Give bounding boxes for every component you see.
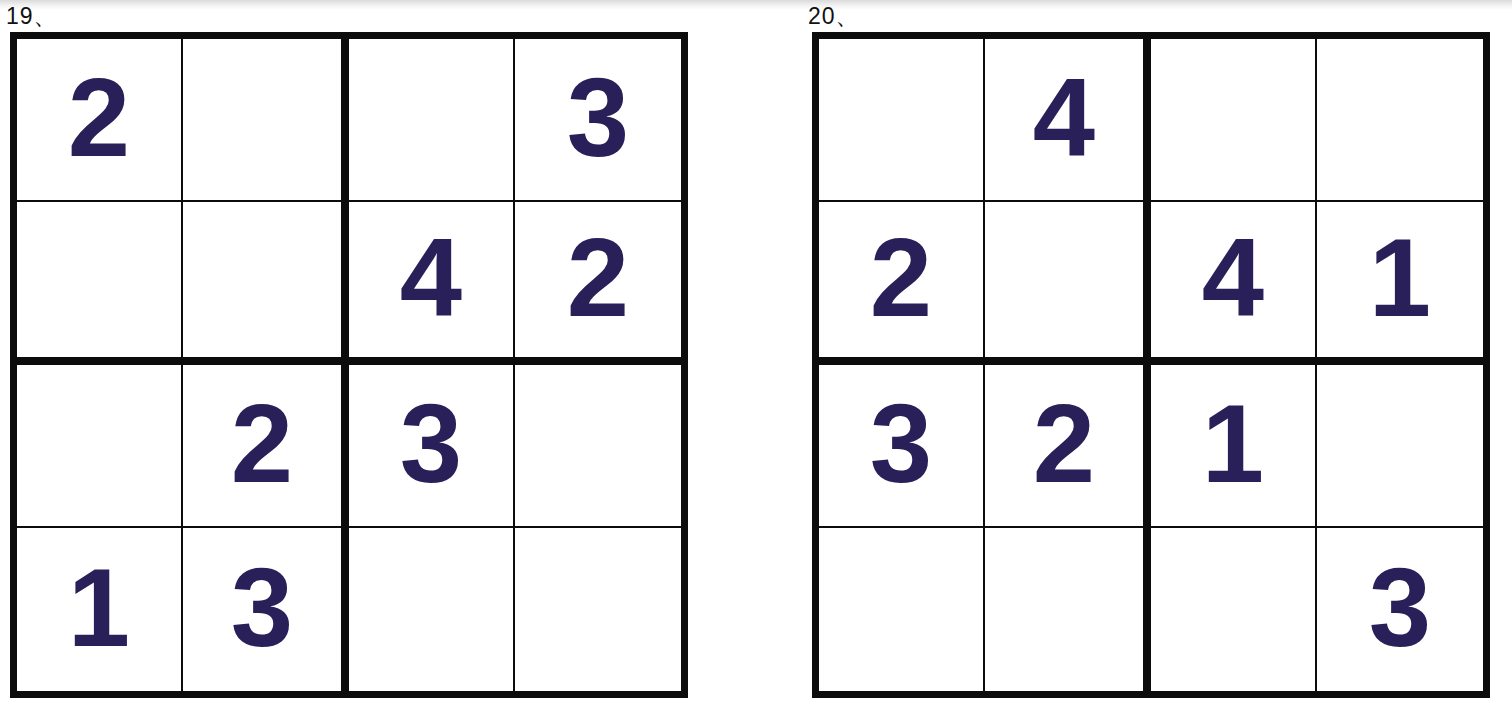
puzzle-19-cell-r3c3[interactable]: 3 [349,365,515,528]
puzzle-20-cell-r1c4[interactable] [1317,39,1483,202]
given-digit: 1 [1369,222,1431,334]
puzzle-20-cell-r4c4[interactable]: 3 [1317,528,1483,691]
puzzle-19-cell-r4c1[interactable]: 1 [17,528,183,691]
puzzle-20-cell-r3c4[interactable] [1317,365,1483,528]
puzzle-19-cell-r1c1[interactable]: 2 [17,39,183,202]
puzzle-20-cell-r2c4[interactable]: 1 [1317,202,1483,365]
puzzle-20-cell-r2c1[interactable]: 2 [819,202,985,365]
puzzle-20-cell-r2c3[interactable]: 4 [1151,202,1317,365]
sudoku-board-20: 42413213 [812,32,1490,698]
page-top-edge-shading [0,0,1512,10]
puzzle-20-cell-r4c3[interactable] [1151,528,1317,691]
puzzle-20-cell-r1c2[interactable]: 4 [985,39,1151,202]
puzzle-19-cell-r1c4[interactable]: 3 [515,39,681,202]
given-digit: 3 [231,552,293,664]
given-digit: 2 [68,62,130,174]
puzzle-19-cell-r2c2[interactable] [183,202,349,365]
puzzle-19-cell-r3c1[interactable] [17,365,183,528]
given-digit: 2 [231,388,293,500]
puzzle-20-cell-r4c2[interactable] [985,528,1151,691]
given-digit: 4 [400,222,462,334]
puzzle-19-cell-r4c4[interactable] [515,528,681,691]
sudoku-board-19: 23422313 [10,32,688,698]
given-digit: 4 [1033,62,1095,174]
given-digit: 1 [68,552,130,664]
puzzle-19-cell-r1c2[interactable] [183,39,349,202]
puzzle-20-cell-r3c2[interactable]: 2 [985,365,1151,528]
puzzle-20-cell-r3c1[interactable]: 3 [819,365,985,528]
puzzle-20-cell-r3c3[interactable]: 1 [1151,365,1317,528]
puzzle-19-cell-r3c2[interactable]: 2 [183,365,349,528]
given-digit: 4 [1202,222,1264,334]
given-digit: 3 [1369,552,1431,664]
given-digit: 3 [400,388,462,500]
puzzle-19-cell-r3c4[interactable] [515,365,681,528]
puzzle-19-cell-r2c3[interactable]: 4 [349,202,515,365]
puzzle-19-cell-r2c1[interactable] [17,202,183,365]
given-digit: 1 [1202,388,1264,500]
given-digit: 3 [870,388,932,500]
given-digit: 3 [567,62,629,174]
puzzle-19-cell-r1c3[interactable] [349,39,515,202]
given-digit: 2 [870,222,932,334]
puzzle-19-cell-r4c2[interactable]: 3 [183,528,349,691]
puzzle-19-label: 19、 [6,3,58,29]
given-digit: 2 [1033,388,1095,500]
worksheet-page: 19、 20、 23422313 42413213 [0,0,1512,714]
puzzle-20-cell-r4c1[interactable] [819,528,985,691]
puzzle-19-cell-r4c3[interactable] [349,528,515,691]
puzzle-20-cell-r1c1[interactable] [819,39,985,202]
puzzle-20-cell-r1c3[interactable] [1151,39,1317,202]
puzzle-19-cell-r2c4[interactable]: 2 [515,202,681,365]
given-digit: 2 [567,222,629,334]
puzzle-20-cell-r2c2[interactable] [985,202,1151,365]
puzzle-20-label: 20、 [808,3,860,29]
